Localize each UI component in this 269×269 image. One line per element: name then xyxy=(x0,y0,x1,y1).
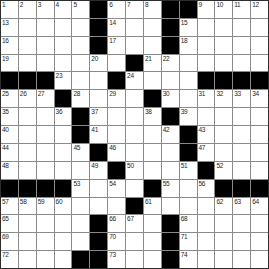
block-cell-r3c10 xyxy=(162,37,179,54)
cell-r9c13[interactable] xyxy=(215,144,232,161)
cell-r12c15[interactable]: 64 xyxy=(251,198,268,215)
cell-r1c8[interactable]: 7 xyxy=(126,1,143,18)
block-cell-r5c13 xyxy=(215,72,232,89)
cell-r4c10[interactable]: 22 xyxy=(162,55,179,72)
block-cell-r7c10 xyxy=(162,108,179,125)
cell-r11c11[interactable] xyxy=(180,180,197,197)
cell-r3c12[interactable] xyxy=(198,37,215,54)
clue-number-7: 7 xyxy=(127,1,130,8)
cell-r3c9[interactable] xyxy=(144,37,161,54)
cell-r14c9[interactable] xyxy=(144,233,161,250)
clue-number-32: 32 xyxy=(216,90,223,97)
cell-r13c3[interactable] xyxy=(37,215,54,232)
cell-r15c9[interactable] xyxy=(144,251,161,268)
clue-number-42: 42 xyxy=(163,126,170,133)
clue-number-43: 43 xyxy=(199,126,206,133)
cell-r14c14[interactable] xyxy=(233,233,250,250)
cell-r9c2[interactable] xyxy=(19,144,36,161)
clue-number-6: 6 xyxy=(109,1,112,8)
block-cell-r11c1 xyxy=(1,180,18,197)
cell-r3c2[interactable] xyxy=(19,37,36,54)
cell-r9c8[interactable] xyxy=(126,144,143,161)
clue-number-1: 1 xyxy=(2,1,5,8)
clue-number-70: 70 xyxy=(109,233,116,240)
cell-r13c8[interactable]: 67 xyxy=(126,215,143,232)
clue-number-59: 59 xyxy=(38,198,45,205)
block-cell-r7c5 xyxy=(72,108,89,125)
clue-number-9: 9 xyxy=(199,1,202,8)
cell-r15c8[interactable] xyxy=(126,251,143,268)
block-cell-r11c15 xyxy=(251,180,268,197)
block-cell-r15c5 xyxy=(72,251,89,268)
cell-r12c12[interactable] xyxy=(198,198,215,215)
clue-number-64: 64 xyxy=(252,198,259,205)
cell-r7c13[interactable] xyxy=(215,108,232,125)
cell-r4c14[interactable] xyxy=(233,55,250,72)
cell-r5c6[interactable] xyxy=(90,72,107,89)
cell-r7c1[interactable]: 35 xyxy=(1,108,18,125)
cell-r10c4[interactable] xyxy=(55,162,72,179)
cell-r6c2[interactable]: 26 xyxy=(19,90,36,107)
block-cell-r10c7 xyxy=(108,162,125,179)
cell-r6c7[interactable]: 29 xyxy=(108,90,125,107)
cell-r4c11[interactable] xyxy=(180,55,197,72)
block-cell-r11c3 xyxy=(37,180,54,197)
cell-r13c4[interactable] xyxy=(55,215,72,232)
clue-number-4: 4 xyxy=(56,1,59,8)
clue-number-39: 39 xyxy=(181,108,188,115)
cell-r11c6[interactable] xyxy=(90,180,107,197)
clue-number-50: 50 xyxy=(127,162,134,169)
cell-r10c5[interactable] xyxy=(72,162,89,179)
clue-number-41: 41 xyxy=(91,126,98,133)
cell-r5c10[interactable] xyxy=(162,72,179,89)
cell-r8c6[interactable]: 41 xyxy=(90,126,107,143)
cell-r10c10[interactable] xyxy=(162,162,179,179)
cell-r12c4[interactable]: 60 xyxy=(55,198,72,215)
cell-r14c13[interactable] xyxy=(215,233,232,250)
cell-r8c2[interactable] xyxy=(19,126,36,143)
clue-number-51: 51 xyxy=(181,162,188,169)
clue-number-46: 46 xyxy=(109,144,116,151)
clue-number-15: 15 xyxy=(181,19,188,26)
clue-number-8: 8 xyxy=(145,1,148,8)
cell-r10c3[interactable] xyxy=(37,162,54,179)
clue-number-38: 38 xyxy=(145,108,152,115)
cell-r7c14[interactable] xyxy=(233,108,250,125)
cell-r3c5[interactable] xyxy=(72,37,89,54)
clue-number-40: 40 xyxy=(2,126,9,133)
block-cell-r1c6 xyxy=(90,1,107,18)
clue-number-28: 28 xyxy=(73,90,80,97)
cell-r11c12[interactable]: 56 xyxy=(198,180,215,197)
cell-r1c3[interactable]: 3 xyxy=(37,1,54,18)
clue-number-24: 24 xyxy=(127,72,134,79)
cell-r1c5[interactable]: 5 xyxy=(72,1,89,18)
crossword-grid: 1234567891011121314151617181920212223242… xyxy=(0,0,269,269)
cell-r13c9[interactable] xyxy=(144,215,161,232)
cell-r1c1[interactable]: 1 xyxy=(1,1,18,18)
clue-number-16: 16 xyxy=(2,37,9,44)
cell-r10c13[interactable]: 52 xyxy=(215,162,232,179)
cell-r15c14[interactable] xyxy=(233,251,250,268)
cell-r9c9[interactable] xyxy=(144,144,161,161)
block-cell-r3c6 xyxy=(90,37,107,54)
clue-number-45: 45 xyxy=(73,144,80,151)
cell-r12c13[interactable]: 62 xyxy=(215,198,232,215)
cell-r14c4[interactable] xyxy=(55,233,72,250)
cell-r3c3[interactable] xyxy=(37,37,54,54)
block-cell-r2c6 xyxy=(90,19,107,36)
cell-r6c15[interactable]: 34 xyxy=(251,90,268,107)
cell-r1c2[interactable]: 2 xyxy=(19,1,36,18)
cell-r3c14[interactable] xyxy=(233,37,250,54)
cell-r15c11[interactable]: 74 xyxy=(180,251,197,268)
cell-r7c8[interactable] xyxy=(126,108,143,125)
cell-r12c9[interactable]: 61 xyxy=(144,198,161,215)
cell-r4c13[interactable] xyxy=(215,55,232,72)
cell-r5c9[interactable] xyxy=(144,72,161,89)
cell-r2c8[interactable] xyxy=(126,19,143,36)
block-cell-r14c10 xyxy=(162,233,179,250)
clue-number-54: 54 xyxy=(109,180,116,187)
cell-r8c9[interactable] xyxy=(144,126,161,143)
block-cell-r12c8 xyxy=(126,198,143,215)
cell-r6c8[interactable] xyxy=(126,90,143,107)
cell-r15c13[interactable] xyxy=(215,251,232,268)
block-cell-r15c10 xyxy=(162,251,179,268)
cell-r8c7[interactable] xyxy=(108,126,125,143)
clue-number-31: 31 xyxy=(199,90,206,97)
clue-number-48: 48 xyxy=(2,162,9,169)
cell-r4c12[interactable] xyxy=(198,55,215,72)
cell-r7c12[interactable] xyxy=(198,108,215,125)
cell-r13c14[interactable] xyxy=(233,215,250,232)
cell-r4c3[interactable] xyxy=(37,55,54,72)
block-cell-r1c10 xyxy=(162,1,179,18)
block-cell-r5c7 xyxy=(108,72,125,89)
block-cell-r10c12 xyxy=(198,162,215,179)
cell-r2c15[interactable] xyxy=(251,19,268,36)
cell-r6c5[interactable]: 28 xyxy=(72,90,89,107)
clue-number-26: 26 xyxy=(20,90,27,97)
block-cell-r11c9 xyxy=(144,180,161,197)
cell-r4c5[interactable] xyxy=(72,55,89,72)
cell-r15c12[interactable] xyxy=(198,251,215,268)
block-cell-r13c6 xyxy=(90,215,107,232)
block-cell-r5c1 xyxy=(1,72,18,89)
clue-number-3: 3 xyxy=(38,1,41,8)
clue-number-69: 69 xyxy=(2,233,9,240)
clue-number-67: 67 xyxy=(127,215,134,222)
block-cell-r1c11 xyxy=(180,1,197,18)
cell-r14c7[interactable]: 70 xyxy=(108,233,125,250)
clue-number-52: 52 xyxy=(216,162,223,169)
clue-number-23: 23 xyxy=(56,72,63,79)
clue-number-65: 65 xyxy=(2,215,9,222)
clue-number-14: 14 xyxy=(109,19,116,26)
clue-number-60: 60 xyxy=(56,198,63,205)
cell-r5c4[interactable]: 23 xyxy=(55,72,72,89)
cell-r11c7[interactable]: 54 xyxy=(108,180,125,197)
clue-number-62: 62 xyxy=(216,198,223,205)
cell-r2c1[interactable]: 13 xyxy=(1,19,18,36)
block-cell-r9c6 xyxy=(90,144,107,161)
cell-r1c9[interactable]: 8 xyxy=(144,1,161,18)
cell-r11c5[interactable]: 53 xyxy=(72,180,89,197)
cell-r12c14[interactable]: 63 xyxy=(233,198,250,215)
clue-number-27: 27 xyxy=(38,90,45,97)
clue-number-13: 13 xyxy=(2,19,9,26)
cell-r2c7[interactable]: 14 xyxy=(108,19,125,36)
block-cell-r5c2 xyxy=(19,72,36,89)
block-cell-r11c4 xyxy=(55,180,72,197)
cell-r5c11[interactable] xyxy=(180,72,197,89)
cell-r8c14[interactable] xyxy=(233,126,250,143)
cell-r6c12[interactable]: 31 xyxy=(198,90,215,107)
cell-r4c9[interactable]: 21 xyxy=(144,55,161,72)
clue-number-36: 36 xyxy=(56,108,63,115)
cell-r8c13[interactable] xyxy=(215,126,232,143)
cell-r12c1[interactable]: 57 xyxy=(1,198,18,215)
cell-r6c3[interactable]: 27 xyxy=(37,90,54,107)
cell-r7c11[interactable]: 39 xyxy=(180,108,197,125)
cell-r10c11[interactable]: 51 xyxy=(180,162,197,179)
block-cell-r5c12 xyxy=(198,72,215,89)
cell-r12c3[interactable]: 59 xyxy=(37,198,54,215)
clue-number-33: 33 xyxy=(234,90,241,97)
cell-r13c1[interactable]: 65 xyxy=(1,215,18,232)
cell-r2c4[interactable] xyxy=(55,19,72,36)
cell-r3c1[interactable]: 16 xyxy=(1,37,18,54)
cell-r2c13[interactable] xyxy=(215,19,232,36)
cell-r2c2[interactable] xyxy=(19,19,36,36)
cell-r10c6[interactable]: 49 xyxy=(90,162,107,179)
cell-r8c10[interactable]: 42 xyxy=(162,126,179,143)
block-cell-r6c9 xyxy=(144,90,161,107)
cell-r3c7[interactable]: 17 xyxy=(108,37,125,54)
clue-number-17: 17 xyxy=(109,37,116,44)
cell-r3c13[interactable] xyxy=(215,37,232,54)
clue-number-74: 74 xyxy=(181,251,188,258)
cell-r1c4[interactable]: 4 xyxy=(55,1,72,18)
cell-r2c11[interactable]: 15 xyxy=(180,19,197,36)
cell-r7c2[interactable] xyxy=(19,108,36,125)
cell-r10c1[interactable]: 48 xyxy=(1,162,18,179)
cell-r13c2[interactable] xyxy=(19,215,36,232)
block-cell-r11c2 xyxy=(19,180,36,197)
cell-r9c3[interactable] xyxy=(37,144,54,161)
cell-r8c8[interactable] xyxy=(126,126,143,143)
clue-number-12: 12 xyxy=(252,1,259,8)
cell-r2c12[interactable] xyxy=(198,19,215,36)
cell-r6c14[interactable]: 33 xyxy=(233,90,250,107)
cell-r10c9[interactable] xyxy=(144,162,161,179)
cell-r4c7[interactable] xyxy=(108,55,125,72)
clue-number-22: 22 xyxy=(163,55,170,62)
block-cell-r11c13 xyxy=(215,180,232,197)
clue-number-61: 61 xyxy=(145,198,152,205)
cell-r9c10[interactable] xyxy=(162,144,179,161)
cell-r8c1[interactable]: 40 xyxy=(1,126,18,143)
block-cell-r14c6 xyxy=(90,233,107,250)
cell-r4c1[interactable]: 19 xyxy=(1,55,18,72)
cell-r15c1[interactable]: 72 xyxy=(1,251,18,268)
cell-r1c13[interactable]: 10 xyxy=(215,1,232,18)
clue-number-21: 21 xyxy=(145,55,152,62)
cell-r14c12[interactable] xyxy=(198,233,215,250)
clue-number-72: 72 xyxy=(2,251,9,258)
cell-r8c4[interactable] xyxy=(55,126,72,143)
cell-r6c1[interactable]: 25 xyxy=(1,90,18,107)
cell-r9c7[interactable]: 46 xyxy=(108,144,125,161)
cell-r1c14[interactable]: 11 xyxy=(233,1,250,18)
cell-r9c5[interactable]: 45 xyxy=(72,144,89,161)
cell-r12c5[interactable] xyxy=(72,198,89,215)
clue-number-63: 63 xyxy=(234,198,241,205)
cell-r6c13[interactable]: 32 xyxy=(215,90,232,107)
cell-r2c14[interactable] xyxy=(233,19,250,36)
clue-number-35: 35 xyxy=(2,108,9,115)
cell-r9c15[interactable] xyxy=(251,144,268,161)
cell-r12c6[interactable] xyxy=(90,198,107,215)
cell-r14c1[interactable]: 69 xyxy=(1,233,18,250)
cell-r15c3[interactable] xyxy=(37,251,54,268)
cell-r9c12[interactable]: 47 xyxy=(198,144,215,161)
clue-number-56: 56 xyxy=(199,180,206,187)
clue-number-30: 30 xyxy=(163,90,170,97)
clue-number-25: 25 xyxy=(2,90,9,97)
cell-r4c4[interactable] xyxy=(55,55,72,72)
cell-r7c3[interactable] xyxy=(37,108,54,125)
cell-r15c15[interactable] xyxy=(251,251,268,268)
cell-r9c14[interactable] xyxy=(233,144,250,161)
clue-number-18: 18 xyxy=(181,37,188,44)
clue-number-29: 29 xyxy=(109,90,116,97)
cell-r13c7[interactable]: 66 xyxy=(108,215,125,232)
clue-number-5: 5 xyxy=(73,1,76,8)
block-cell-r4c8 xyxy=(126,55,143,72)
cell-r14c2[interactable] xyxy=(19,233,36,250)
cell-r15c7[interactable]: 73 xyxy=(108,251,125,268)
cell-r10c14[interactable] xyxy=(233,162,250,179)
cell-r1c7[interactable]: 6 xyxy=(108,1,125,18)
clue-number-68: 68 xyxy=(181,215,188,222)
cell-r11c8[interactable] xyxy=(126,180,143,197)
block-cell-r11c14 xyxy=(233,180,250,197)
clue-number-11: 11 xyxy=(234,1,240,8)
cell-r6c10[interactable]: 30 xyxy=(162,90,179,107)
cell-r8c3[interactable] xyxy=(37,126,54,143)
block-cell-r13c10 xyxy=(162,215,179,232)
block-cell-r5c15 xyxy=(251,72,268,89)
cell-r12c7[interactable] xyxy=(108,198,125,215)
clue-number-10: 10 xyxy=(216,1,223,8)
block-cell-r8c11 xyxy=(180,126,197,143)
cell-r10c8[interactable]: 50 xyxy=(126,162,143,179)
cell-r5c8[interactable]: 24 xyxy=(126,72,143,89)
clue-number-53: 53 xyxy=(73,180,80,187)
cell-r14c8[interactable] xyxy=(126,233,143,250)
block-cell-r8c5 xyxy=(72,126,89,143)
cell-r11c10[interactable]: 55 xyxy=(162,180,179,197)
cell-r13c15[interactable] xyxy=(251,215,268,232)
cell-r13c12[interactable] xyxy=(198,215,215,232)
cell-r5c5[interactable] xyxy=(72,72,89,89)
cell-r7c7[interactable] xyxy=(108,108,125,125)
cell-r7c15[interactable] xyxy=(251,108,268,125)
cell-r2c9[interactable] xyxy=(144,19,161,36)
block-cell-r6c4 xyxy=(55,90,72,107)
clue-number-55: 55 xyxy=(163,180,170,187)
clue-number-37: 37 xyxy=(91,108,98,115)
cell-r9c1[interactable]: 44 xyxy=(1,144,18,161)
clue-number-66: 66 xyxy=(109,215,116,222)
cell-r10c2[interactable] xyxy=(19,162,36,179)
clue-number-19: 19 xyxy=(2,55,9,62)
cell-r8c12[interactable]: 43 xyxy=(198,126,215,143)
cell-r4c6[interactable]: 20 xyxy=(90,55,107,72)
cell-r4c2[interactable] xyxy=(19,55,36,72)
cell-r1c12[interactable]: 9 xyxy=(198,1,215,18)
cell-r3c4[interactable] xyxy=(55,37,72,54)
cell-r13c11[interactable]: 68 xyxy=(180,215,197,232)
clue-number-20: 20 xyxy=(91,55,98,62)
cell-r7c4[interactable]: 36 xyxy=(55,108,72,125)
clue-number-58: 58 xyxy=(20,198,27,205)
cell-r12c2[interactable]: 58 xyxy=(19,198,36,215)
cell-r14c3[interactable] xyxy=(37,233,54,250)
clue-number-49: 49 xyxy=(91,162,98,169)
cell-r13c5[interactable] xyxy=(72,215,89,232)
block-cell-r9c11 xyxy=(180,144,197,161)
cell-r12c11[interactable] xyxy=(180,198,197,215)
cell-r2c5[interactable] xyxy=(72,19,89,36)
block-cell-r5c3 xyxy=(37,72,54,89)
cell-r14c15[interactable] xyxy=(251,233,268,250)
clue-number-44: 44 xyxy=(2,144,9,151)
cell-r3c11[interactable]: 18 xyxy=(180,37,197,54)
cell-r3c8[interactable] xyxy=(126,37,143,54)
cell-r14c5[interactable] xyxy=(72,233,89,250)
cell-r8c15[interactable] xyxy=(251,126,268,143)
cell-r15c4[interactable] xyxy=(55,251,72,268)
block-cell-r2c10 xyxy=(162,19,179,36)
block-cell-r15c6 xyxy=(90,251,107,268)
cell-r7c9[interactable]: 38 xyxy=(144,108,161,125)
cell-r13c13[interactable] xyxy=(215,215,232,232)
cell-r2c3[interactable] xyxy=(37,19,54,36)
clue-number-71: 71 xyxy=(181,233,188,240)
clue-number-34: 34 xyxy=(252,90,259,97)
clue-number-47: 47 xyxy=(199,144,206,151)
clue-number-73: 73 xyxy=(109,251,116,258)
cell-r6c11[interactable] xyxy=(180,90,197,107)
cell-r4c15[interactable] xyxy=(251,55,268,72)
block-cell-r5c14 xyxy=(233,72,250,89)
cell-r15c2[interactable] xyxy=(19,251,36,268)
cell-r12c10[interactable] xyxy=(162,198,179,215)
clue-number-2: 2 xyxy=(20,1,23,8)
cell-r14c11[interactable]: 71 xyxy=(180,233,197,250)
cell-r7c6[interactable]: 37 xyxy=(90,108,107,125)
cell-r3c15[interactable] xyxy=(251,37,268,54)
cell-r6c6[interactable] xyxy=(90,90,107,107)
cell-r1c15[interactable]: 12 xyxy=(251,1,268,18)
cell-r9c4[interactable] xyxy=(55,144,72,161)
clue-number-57: 57 xyxy=(2,198,9,205)
cell-r10c15[interactable] xyxy=(251,162,268,179)
